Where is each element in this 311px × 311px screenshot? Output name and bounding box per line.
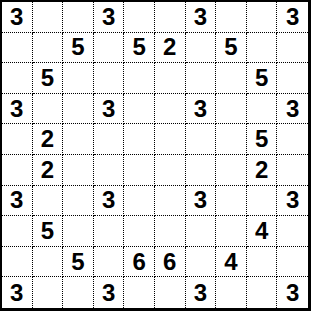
clue-digit: 3 — [102, 5, 115, 29]
cell-r1c5[interactable] — [124, 2, 155, 33]
cell-r2c10[interactable] — [277, 33, 308, 64]
cell-r5c1[interactable] — [2, 124, 33, 155]
cell-r1c7[interactable]: 3 — [186, 2, 217, 33]
cell-r1c3[interactable] — [63, 2, 94, 33]
cell-r6c10[interactable] — [277, 155, 308, 186]
cell-r1c6[interactable] — [155, 2, 186, 33]
cell-r10c10[interactable]: 3 — [277, 277, 308, 308]
clue-digit: 3 — [194, 97, 207, 121]
cell-r4c9[interactable] — [247, 94, 278, 125]
clue-digit: 3 — [102, 188, 115, 212]
cell-r2c8[interactable]: 5 — [216, 33, 247, 64]
clue-digit: 6 — [133, 250, 146, 274]
cell-r9c1[interactable] — [2, 247, 33, 278]
clue-digit: 3 — [10, 188, 23, 212]
cell-r7c1[interactable]: 3 — [2, 186, 33, 217]
cell-r10c6[interactable] — [155, 277, 186, 308]
cell-r3c1[interactable] — [2, 63, 33, 94]
cell-r4c4[interactable]: 3 — [94, 94, 125, 125]
cell-r8c10[interactable] — [277, 216, 308, 247]
clue-digit: 5 — [133, 35, 146, 59]
cell-r4c3[interactable] — [63, 94, 94, 125]
clue-digit: 3 — [102, 281, 115, 305]
cell-r2c7[interactable] — [186, 33, 217, 64]
cell-r4c7[interactable]: 3 — [186, 94, 217, 125]
clue-digit: 2 — [163, 35, 176, 59]
clue-digit: 3 — [194, 281, 207, 305]
cell-r7c5[interactable] — [124, 186, 155, 217]
cell-r7c6[interactable] — [155, 186, 186, 217]
cell-r10c7[interactable]: 3 — [186, 277, 217, 308]
clue-digit: 6 — [163, 250, 176, 274]
cell-r3c2[interactable]: 5 — [33, 63, 64, 94]
cell-r9c5[interactable]: 6 — [124, 247, 155, 278]
clue-digit: 4 — [224, 250, 237, 274]
cell-r6c9[interactable]: 2 — [247, 155, 278, 186]
clue-digit: 5 — [255, 66, 268, 90]
cell-r4c2[interactable] — [33, 94, 64, 125]
cell-r6c6[interactable] — [155, 155, 186, 186]
cell-r7c7[interactable]: 3 — [186, 186, 217, 217]
cell-r6c5[interactable] — [124, 155, 155, 186]
cell-r6c4[interactable] — [94, 155, 125, 186]
cell-r3c9[interactable]: 5 — [247, 63, 278, 94]
cell-r6c8[interactable] — [216, 155, 247, 186]
cell-r9c3[interactable]: 5 — [63, 247, 94, 278]
clue-digit: 5 — [71, 250, 84, 274]
cell-r3c5[interactable] — [124, 63, 155, 94]
cell-r1c4[interactable]: 3 — [94, 2, 125, 33]
cell-r8c4[interactable] — [94, 216, 125, 247]
cell-r4c10[interactable]: 3 — [277, 94, 308, 125]
cell-r10c4[interactable]: 3 — [94, 277, 125, 308]
cell-r10c9[interactable] — [247, 277, 278, 308]
cell-r6c1[interactable] — [2, 155, 33, 186]
clue-digit: 5 — [71, 35, 84, 59]
clue-digit: 2 — [41, 158, 54, 182]
clue-digit: 5 — [255, 127, 268, 151]
cell-r10c2[interactable] — [33, 277, 64, 308]
cell-r1c9[interactable] — [247, 2, 278, 33]
cell-r3c10[interactable] — [277, 63, 308, 94]
clue-digit: 3 — [286, 188, 299, 212]
cell-r2c9[interactable] — [247, 33, 278, 64]
cell-r4c6[interactable] — [155, 94, 186, 125]
cell-r1c1[interactable]: 3 — [2, 2, 33, 33]
cell-r3c8[interactable] — [216, 63, 247, 94]
cell-r8c9[interactable]: 4 — [247, 216, 278, 247]
cell-r6c7[interactable] — [186, 155, 217, 186]
clue-digit: 3 — [102, 97, 115, 121]
clue-digit: 3 — [10, 5, 23, 29]
cell-r5c7[interactable] — [186, 124, 217, 155]
cell-r10c5[interactable] — [124, 277, 155, 308]
cell-r2c2[interactable] — [33, 33, 64, 64]
cell-r8c2[interactable]: 5 — [33, 216, 64, 247]
clue-digit: 3 — [286, 5, 299, 29]
cell-r10c3[interactable] — [63, 277, 94, 308]
cell-r3c3[interactable] — [63, 63, 94, 94]
cell-r5c6[interactable] — [155, 124, 186, 155]
cell-r10c1[interactable]: 3 — [2, 277, 33, 308]
cell-r3c7[interactable] — [186, 63, 217, 94]
cell-r2c6[interactable]: 2 — [155, 33, 186, 64]
cell-r7c3[interactable] — [63, 186, 94, 217]
cell-r8c7[interactable] — [186, 216, 217, 247]
cell-r8c1[interactable] — [2, 216, 33, 247]
cell-r5c5[interactable] — [124, 124, 155, 155]
cell-r9c7[interactable] — [186, 247, 217, 278]
cell-r1c2[interactable] — [33, 2, 64, 33]
cell-r8c5[interactable] — [124, 216, 155, 247]
cell-r6c3[interactable] — [63, 155, 94, 186]
cell-r3c6[interactable] — [155, 63, 186, 94]
cell-r7c4[interactable]: 3 — [94, 186, 125, 217]
cell-r9c10[interactable] — [277, 247, 308, 278]
clue-digit: 3 — [194, 188, 207, 212]
cell-r1c10[interactable]: 3 — [277, 2, 308, 33]
cell-r7c10[interactable]: 3 — [277, 186, 308, 217]
clue-digit: 5 — [224, 35, 237, 59]
clue-digit: 3 — [194, 5, 207, 29]
cell-r2c3[interactable]: 5 — [63, 33, 94, 64]
cell-r3c4[interactable] — [94, 63, 125, 94]
clue-digit: 2 — [41, 127, 54, 151]
cell-r8c3[interactable] — [63, 216, 94, 247]
cell-r8c8[interactable] — [216, 216, 247, 247]
cell-r7c9[interactable] — [247, 186, 278, 217]
clue-digit: 4 — [255, 219, 268, 243]
clue-digit: 3 — [10, 281, 23, 305]
cell-r4c8[interactable] — [216, 94, 247, 125]
clue-digit: 3 — [286, 97, 299, 121]
cell-r7c8[interactable] — [216, 186, 247, 217]
cell-r10c8[interactable] — [216, 277, 247, 308]
cell-r5c2[interactable]: 2 — [33, 124, 64, 155]
cell-r5c9[interactable]: 5 — [247, 124, 278, 155]
clue-digit: 5 — [41, 66, 54, 90]
cell-r9c8[interactable]: 4 — [216, 247, 247, 278]
clue-digit: 3 — [10, 97, 23, 121]
cell-r5c10[interactable] — [277, 124, 308, 155]
cell-r7c2[interactable] — [33, 186, 64, 217]
clue-digit: 2 — [255, 158, 268, 182]
cell-r4c1[interactable]: 3 — [2, 94, 33, 125]
cell-r9c9[interactable] — [247, 247, 278, 278]
cell-r2c5[interactable]: 5 — [124, 33, 155, 64]
cell-r5c4[interactable] — [94, 124, 125, 155]
cell-r6c2[interactable]: 2 — [33, 155, 64, 186]
cell-r1c8[interactable] — [216, 2, 247, 33]
clue-digit: 5 — [41, 219, 54, 243]
cell-r8c6[interactable] — [155, 216, 186, 247]
cell-r5c8[interactable] — [216, 124, 247, 155]
cell-r9c2[interactable] — [33, 247, 64, 278]
cell-r9c6[interactable]: 6 — [155, 247, 186, 278]
clue-digit: 3 — [286, 281, 299, 305]
cell-r4c5[interactable] — [124, 94, 155, 125]
cell-r2c1[interactable] — [2, 33, 33, 64]
cell-r2c4[interactable] — [94, 33, 125, 64]
cell-r5c3[interactable] — [63, 124, 94, 155]
puzzle-board: 33335525553333252233335456643333 — [0, 0, 311, 311]
cell-r9c4[interactable] — [94, 247, 125, 278]
